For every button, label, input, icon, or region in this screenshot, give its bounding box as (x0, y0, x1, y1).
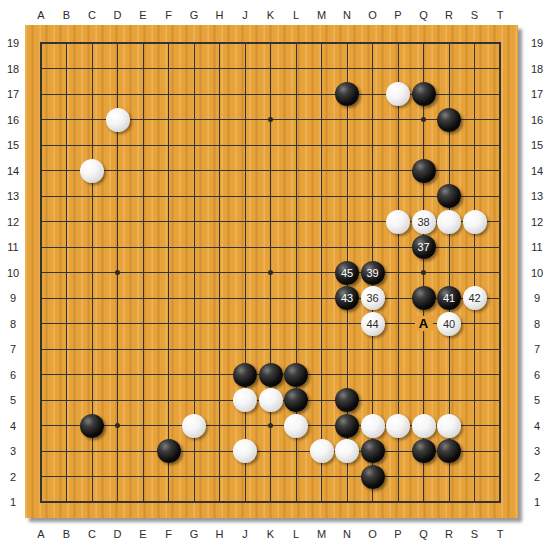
go-board[interactable]: A38374539433641424440 (25, 25, 518, 518)
move-number: 40 (443, 318, 455, 330)
white-stone-O9: 36 (361, 286, 385, 310)
row-label-left: 12 (2, 215, 24, 229)
row-label-left: 4 (2, 419, 24, 433)
black-stone-K6 (259, 363, 283, 387)
column-label-bottom: P (387, 527, 409, 541)
hoshi-point (115, 423, 120, 428)
move-number: 43 (341, 292, 353, 304)
column-label-top: F (158, 8, 180, 22)
row-label-right: 18 (526, 62, 548, 76)
row-label-left: 19 (2, 36, 24, 50)
white-stone-P17 (386, 82, 410, 106)
row-label-right: 14 (526, 164, 548, 178)
column-label-top: R (438, 8, 460, 22)
white-stone-M3 (310, 439, 334, 463)
row-label-left: 1 (2, 495, 24, 509)
white-stone-R12 (437, 210, 461, 234)
hoshi-point (115, 270, 120, 275)
black-stone-Q17 (412, 82, 436, 106)
column-label-bottom: L (285, 527, 307, 541)
row-label-left: 18 (2, 62, 24, 76)
black-stone-O3 (361, 439, 385, 463)
column-label-top: S (464, 8, 486, 22)
column-label-bottom: H (209, 527, 231, 541)
row-label-right: 13 (526, 189, 548, 203)
black-stone-L6 (284, 363, 308, 387)
row-label-left: 11 (2, 240, 24, 254)
column-label-top: Q (413, 8, 435, 22)
white-stone-Q12: 38 (412, 210, 436, 234)
column-label-bottom: E (132, 527, 154, 541)
black-stone-R13 (437, 184, 461, 208)
row-label-right: 2 (526, 470, 548, 484)
row-label-left: 5 (2, 393, 24, 407)
white-stone-K5 (259, 388, 283, 412)
black-stone-N9: 43 (335, 286, 359, 310)
column-label-top: M (311, 8, 333, 22)
move-number: 45 (341, 267, 353, 279)
column-label-bottom: A (30, 527, 52, 541)
column-label-top: B (56, 8, 78, 22)
row-label-right: 4 (526, 419, 548, 433)
white-stone-P4 (386, 414, 410, 438)
row-label-left: 16 (2, 113, 24, 127)
column-label-bottom: S (464, 527, 486, 541)
white-stone-R8: 40 (437, 312, 461, 336)
black-stone-Q9 (412, 286, 436, 310)
column-label-bottom: B (56, 527, 78, 541)
white-stone-G4 (182, 414, 206, 438)
white-stone-R4 (437, 414, 461, 438)
column-label-top: A (30, 8, 52, 22)
row-label-right: 10 (526, 266, 548, 280)
black-stone-R9: 41 (437, 286, 461, 310)
column-label-top: K (260, 8, 282, 22)
column-label-top: G (183, 8, 205, 22)
row-label-left: 14 (2, 164, 24, 178)
column-label-bottom: C (81, 527, 103, 541)
column-label-top: T (489, 8, 511, 22)
hoshi-point (421, 117, 426, 122)
hoshi-point (268, 423, 273, 428)
white-stone-D16 (106, 108, 130, 132)
row-label-left: 3 (2, 444, 24, 458)
white-stone-J3 (233, 439, 257, 463)
white-stone-J5 (233, 388, 257, 412)
row-label-left: 17 (2, 87, 24, 101)
move-number: 39 (366, 267, 378, 279)
go-diagram: A38374539433641424440 AABBCCDDEEFFGGHHJJ… (0, 0, 550, 550)
black-stone-R16 (437, 108, 461, 132)
grid-line (321, 42, 322, 503)
row-label-right: 15 (526, 138, 548, 152)
black-stone-O2 (361, 465, 385, 489)
black-stone-C4 (80, 414, 104, 438)
column-label-top: O (362, 8, 384, 22)
move-number: 37 (417, 241, 429, 253)
grid-line (40, 476, 501, 477)
point-marker-A: A (415, 316, 433, 331)
black-stone-R3 (437, 439, 461, 463)
white-stone-O4 (361, 414, 385, 438)
column-label-bottom: O (362, 527, 384, 541)
row-label-left: 13 (2, 189, 24, 203)
row-label-left: 2 (2, 470, 24, 484)
black-stone-F3 (157, 439, 181, 463)
column-label-top: N (336, 8, 358, 22)
column-label-bottom: R (438, 527, 460, 541)
row-label-left: 15 (2, 138, 24, 152)
move-number: 38 (417, 216, 429, 228)
row-label-right: 6 (526, 368, 548, 382)
black-stone-Q14 (412, 159, 436, 183)
white-stone-O8: 44 (361, 312, 385, 336)
hoshi-point (268, 117, 273, 122)
grid-line (474, 42, 475, 503)
black-stone-Q3 (412, 439, 436, 463)
column-label-bottom: J (234, 527, 256, 541)
row-label-right: 3 (526, 444, 548, 458)
column-label-top: C (81, 8, 103, 22)
black-stone-N17 (335, 82, 359, 106)
white-stone-C14 (80, 159, 104, 183)
column-label-bottom: D (107, 527, 129, 541)
grid-line (40, 349, 501, 350)
column-label-top: P (387, 8, 409, 22)
black-stone-N5 (335, 388, 359, 412)
column-label-bottom: G (183, 527, 205, 541)
column-label-bottom: F (158, 527, 180, 541)
column-label-top: D (107, 8, 129, 22)
row-label-left: 10 (2, 266, 24, 280)
white-stone-Q4 (412, 414, 436, 438)
column-label-top: E (132, 8, 154, 22)
black-stone-L5 (284, 388, 308, 412)
row-label-right: 1 (526, 495, 548, 509)
column-label-bottom: T (489, 527, 511, 541)
row-label-left: 8 (2, 317, 24, 331)
black-stone-Q11: 37 (412, 235, 436, 259)
column-label-bottom: K (260, 527, 282, 541)
row-label-right: 5 (526, 393, 548, 407)
column-label-top: L (285, 8, 307, 22)
move-number: 41 (443, 292, 455, 304)
white-stone-N3 (335, 439, 359, 463)
row-label-right: 7 (526, 342, 548, 356)
white-stone-S9: 42 (463, 286, 487, 310)
row-label-right: 19 (526, 36, 548, 50)
column-label-top: H (209, 8, 231, 22)
row-label-right: 12 (526, 215, 548, 229)
row-label-right: 9 (526, 291, 548, 305)
black-stone-N10: 45 (335, 261, 359, 285)
black-stone-O10: 39 (361, 261, 385, 285)
column-label-top: J (234, 8, 256, 22)
black-stone-J6 (233, 363, 257, 387)
row-label-right: 8 (526, 317, 548, 331)
white-stone-L4 (284, 414, 308, 438)
row-label-right: 11 (526, 240, 548, 254)
row-label-right: 17 (526, 87, 548, 101)
column-label-bottom: Q (413, 527, 435, 541)
column-label-bottom: N (336, 527, 358, 541)
row-label-left: 9 (2, 291, 24, 305)
move-number: 36 (366, 292, 378, 304)
row-label-right: 16 (526, 113, 548, 127)
column-label-bottom: M (311, 527, 333, 541)
white-stone-S12 (463, 210, 487, 234)
move-number: 44 (366, 318, 378, 330)
move-number: 42 (468, 292, 480, 304)
hoshi-point (268, 270, 273, 275)
row-label-left: 6 (2, 368, 24, 382)
white-stone-P12 (386, 210, 410, 234)
row-label-left: 7 (2, 342, 24, 356)
black-stone-N4 (335, 414, 359, 438)
hoshi-point (421, 270, 426, 275)
